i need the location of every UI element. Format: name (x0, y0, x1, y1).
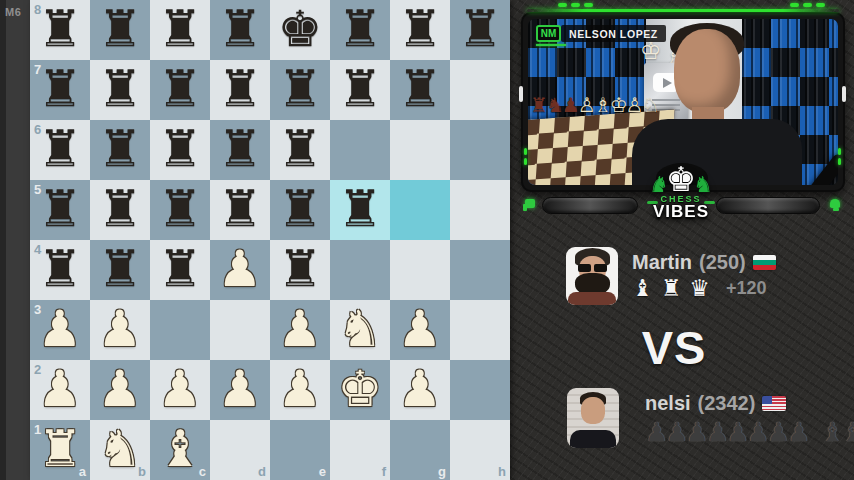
badge-underline (536, 44, 566, 46)
led-dashes-right (790, 3, 825, 7)
piece-white-bishop[interactable]: ♝ (150, 420, 210, 480)
square-c6[interactable]: ♜ (150, 120, 210, 180)
channel-logo: ♞ ♚ ♞ CHESS VIBES (633, 157, 729, 222)
square-a8[interactable]: 8♜ (30, 0, 90, 60)
square-f8[interactable]: ♜ (330, 0, 390, 60)
square-b3[interactable]: ♟ (90, 300, 150, 360)
piece-black-rook[interactable]: ♜ (210, 0, 270, 60)
square-g4[interactable] (390, 240, 450, 300)
square-f2[interactable]: ♚ (330, 360, 390, 420)
left-sidebar: M6 (0, 0, 30, 480)
piece-white-pawn[interactable]: ♟ (30, 300, 90, 360)
square-d4[interactable]: ♟ (210, 240, 270, 300)
square-a5[interactable]: 5♜ (30, 180, 90, 240)
square-c4[interactable]: ♜ (150, 240, 210, 300)
streamer-face (674, 29, 740, 113)
square-g5[interactable] (390, 180, 450, 240)
square-c7[interactable]: ♜ (150, 60, 210, 120)
piece-black-rook[interactable]: ♜ (90, 0, 150, 60)
square-d7[interactable]: ♜ (210, 60, 270, 120)
square-e7[interactable]: ♜ (270, 60, 330, 120)
square-b4[interactable]: ♜ (90, 240, 150, 300)
square-e5[interactable]: ♜ (270, 180, 330, 240)
piece-black-rook[interactable]: ♜ (150, 0, 210, 60)
square-a6[interactable]: 6♜ (30, 120, 90, 180)
piece-black-king[interactable]: ♚ (270, 0, 330, 60)
usa-flag-icon (762, 396, 786, 411)
square-a3[interactable]: 3♟ (30, 300, 90, 360)
logo-knight-left-icon: ♞ (649, 173, 669, 197)
piece-black-rook[interactable]: ♜ (90, 120, 150, 180)
piece-black-rook[interactable]: ♜ (330, 60, 390, 120)
captured-queen-icon: ♛ (689, 276, 710, 300)
frame-accent-line (527, 9, 839, 12)
square-d1[interactable]: d (210, 420, 270, 480)
piece-white-pawn[interactable]: ♟ (270, 300, 330, 360)
square-c1[interactable]: c♝ (150, 420, 210, 480)
piece-black-rook[interactable]: ♜ (150, 240, 210, 300)
piece-black-rook[interactable]: ♜ (90, 180, 150, 240)
file-label-d: d (258, 464, 266, 479)
square-c5[interactable]: ♜ (150, 180, 210, 240)
stream-stage: M6 8♜♜♜♜♚♜♜♜7♜♜♜♜♜♜♜6♜♜♜♜♜5♜♜♜♜♜♜4♜♜♜♟♜3… (0, 0, 854, 480)
piece-white-pawn[interactable]: ♟ (270, 360, 330, 420)
square-h4[interactable] (450, 240, 510, 300)
goal-bar-right (716, 197, 820, 214)
goal-bar-left (542, 197, 638, 214)
piece-black-rook[interactable]: ♜ (450, 0, 510, 60)
square-f6[interactable] (330, 120, 390, 180)
square-h1[interactable]: h (450, 420, 510, 480)
square-h7[interactable] (450, 60, 510, 120)
file-label-e: e (319, 464, 326, 479)
square-d3[interactable] (210, 300, 270, 360)
square-a4[interactable]: 4♜ (30, 240, 90, 300)
square-d2[interactable]: ♟ (210, 360, 270, 420)
square-g3[interactable]: ♟ (390, 300, 450, 360)
bottom-player-rating: (2342) (698, 392, 756, 415)
piece-white-pawn[interactable]: ♟ (90, 300, 150, 360)
top-player-rating: (250) (699, 251, 746, 274)
piece-black-rook[interactable]: ♜ (30, 240, 90, 300)
streamer-name: NELSON LOPEZ (561, 25, 666, 42)
square-e1[interactable]: e (270, 420, 330, 480)
vs-label: VS (642, 320, 707, 375)
square-a2[interactable]: 2♟ (30, 360, 90, 420)
wooden-chess-pieces: ♜♞♟♙♗♔♙♘ (530, 93, 657, 117)
piece-black-rook[interactable]: ♜ (270, 60, 330, 120)
piece-black-rook[interactable]: ♜ (150, 180, 210, 240)
piece-white-pawn[interactable]: ♟ (30, 360, 90, 420)
square-h3[interactable] (450, 300, 510, 360)
piece-black-rook[interactable]: ♜ (150, 60, 210, 120)
piece-black-rook[interactable]: ♜ (210, 120, 270, 180)
square-f4[interactable] (330, 240, 390, 300)
square-e3[interactable]: ♟ (270, 300, 330, 360)
piece-black-rook[interactable]: ♜ (270, 120, 330, 180)
like-icon (523, 198, 537, 212)
bottom-player-name-row: nelsi (2342) (645, 392, 786, 415)
piece-black-rook[interactable]: ♜ (270, 180, 330, 240)
piece-black-rook[interactable]: ♜ (390, 0, 450, 60)
square-e8[interactable]: ♚ (270, 0, 330, 60)
subscribe-icon (828, 198, 842, 212)
file-label-f: f (382, 464, 386, 479)
square-b5[interactable]: ♜ (90, 180, 150, 240)
square-h5[interactable] (450, 180, 510, 240)
piece-black-rook[interactable]: ♜ (330, 0, 390, 60)
logo-text-vibes: VIBES (633, 202, 729, 222)
top-player-captured-pieces: ♝ ♜ ♛ +120 (632, 276, 766, 300)
piece-black-rook[interactable]: ♜ (30, 60, 90, 120)
piece-black-rook[interactable]: ♜ (30, 180, 90, 240)
piece-black-rook[interactable]: ♜ (30, 120, 90, 180)
square-g8[interactable]: ♜ (390, 0, 450, 60)
square-a1[interactable]: 1a♜ (30, 420, 90, 480)
square-h8[interactable]: ♜ (450, 0, 510, 60)
piece-black-rook[interactable]: ♜ (90, 60, 150, 120)
top-player-name-row: Martin (250) (632, 251, 776, 274)
piece-black-rook[interactable]: ♜ (90, 240, 150, 300)
piece-black-rook[interactable]: ♜ (30, 0, 90, 60)
frame-green-dashes-left (524, 148, 527, 165)
piece-white-rook[interactable]: ♜ (30, 420, 90, 480)
square-g6[interactable] (390, 120, 450, 180)
piece-white-pawn[interactable]: ♟ (150, 360, 210, 420)
piece-black-rook[interactable]: ♜ (150, 120, 210, 180)
piece-black-rook[interactable]: ♜ (390, 60, 450, 120)
captured-pawns-icons: ♟♟♟♟♟♟♟♟ (645, 418, 810, 446)
piece-black-rook[interactable]: ♜ (270, 240, 330, 300)
bottom-player-name: nelsi (645, 392, 691, 415)
avatar-martin (566, 247, 618, 305)
square-b2[interactable]: ♟ (90, 360, 150, 420)
square-g1[interactable]: g (390, 420, 450, 480)
captured-bishop-icon: ♝ (632, 276, 653, 300)
captured-bishops-icons: ♝♝ (820, 418, 854, 446)
square-g2[interactable]: ♟ (390, 360, 450, 420)
captured-rook-icon: ♜ (661, 276, 682, 300)
square-d8[interactable]: ♜ (210, 0, 270, 60)
piece-black-rook[interactable]: ♜ (210, 180, 270, 240)
square-e6[interactable]: ♜ (270, 120, 330, 180)
led-dashes-left (558, 3, 593, 7)
bottom-player-captured-pieces: ♟♟♟♟♟♟♟♟ ♝♝ ♞ (645, 418, 854, 446)
square-d5[interactable]: ♜ (210, 180, 270, 240)
square-b6[interactable]: ♜ (90, 120, 150, 180)
bulgaria-flag-icon (753, 255, 776, 270)
piece-white-pawn[interactable]: ♟ (210, 360, 270, 420)
square-c2[interactable]: ♟ (150, 360, 210, 420)
file-label-h: h (498, 464, 506, 479)
square-e2[interactable]: ♟ (270, 360, 330, 420)
move-counter-label: M6 (5, 6, 21, 18)
piece-white-pawn[interactable]: ♟ (390, 300, 450, 360)
square-b1[interactable]: b♞ (90, 420, 150, 480)
piece-white-king[interactable]: ♚ (330, 360, 390, 420)
square-d6[interactable]: ♜ (210, 120, 270, 180)
square-f3[interactable]: ♞ (330, 300, 390, 360)
chess-board[interactable]: 8♜♜♜♜♚♜♜♜7♜♜♜♜♜♜♜6♜♜♜♜♜5♜♜♜♜♜♜4♜♜♜♟♜3♟♟♟… (30, 0, 510, 480)
avatar-nelsi (567, 388, 619, 448)
top-player-name: Martin (632, 251, 692, 274)
square-h6[interactable] (450, 120, 510, 180)
square-c3[interactable] (150, 300, 210, 360)
piece-black-rook[interactable]: ♜ (330, 180, 390, 240)
square-f1[interactable]: f (330, 420, 390, 480)
frame-green-dashes-right (838, 148, 841, 165)
square-g7[interactable]: ♜ (390, 60, 450, 120)
square-e4[interactable]: ♜ (270, 240, 330, 300)
piece-black-rook[interactable]: ♜ (210, 60, 270, 120)
file-label-g: g (438, 464, 446, 479)
logo-king-icon: ♚ (666, 161, 696, 197)
piece-white-knight[interactable]: ♞ (330, 300, 390, 360)
square-h2[interactable] (450, 360, 510, 420)
material-advantage: +120 (726, 276, 767, 300)
square-f5[interactable]: ♜ (330, 180, 390, 240)
logo-emblem: ♞ ♚ ♞ (633, 157, 729, 197)
square-b7[interactable]: ♜ (90, 60, 150, 120)
square-c8[interactable]: ♜ (150, 0, 210, 60)
frame-tick-left (519, 86, 523, 102)
frame-tick-right (842, 86, 846, 102)
square-a7[interactable]: 7♜ (30, 60, 90, 120)
square-f7[interactable]: ♜ (330, 60, 390, 120)
piece-white-pawn[interactable]: ♟ (90, 360, 150, 420)
piece-white-knight[interactable]: ♞ (90, 420, 150, 480)
square-b8[interactable]: ♜ (90, 0, 150, 60)
nm-title-badge: NM (536, 25, 561, 42)
streamer-name-tag: NM NELSON LOPEZ (536, 25, 666, 42)
piece-white-pawn[interactable]: ♟ (390, 360, 450, 420)
piece-white-pawn[interactable]: ♟ (210, 240, 270, 300)
